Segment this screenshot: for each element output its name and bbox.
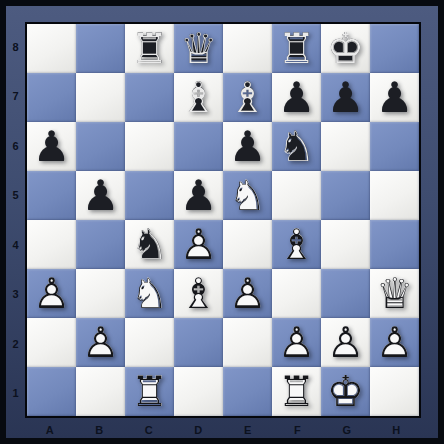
- square-e3[interactable]: ♟♙: [223, 269, 272, 318]
- square-b5[interactable]: ♟: [76, 171, 125, 220]
- piece-line-layer: ♙: [272, 318, 321, 367]
- square-c1[interactable]: ♜♖: [125, 367, 174, 416]
- square-a7[interactable]: [27, 73, 76, 122]
- white-pawn-icon[interactable]: ♟♙: [223, 269, 272, 318]
- square-f4[interactable]: ♝♗: [272, 220, 321, 269]
- square-b1[interactable]: [76, 367, 125, 416]
- square-d8[interactable]: ♛♕: [174, 24, 223, 73]
- piece-fill-layer: ♟: [174, 171, 223, 220]
- square-h8[interactable]: [370, 24, 419, 73]
- square-b4[interactable]: [76, 220, 125, 269]
- square-c6[interactable]: [125, 122, 174, 171]
- rank-label-6: 6: [6, 121, 25, 171]
- white-king-icon[interactable]: ♚♔: [321, 367, 370, 416]
- square-b7[interactable]: [76, 73, 125, 122]
- file-label-e: E: [223, 421, 273, 438]
- black-knight-icon[interactable]: ♞♘: [125, 220, 174, 269]
- rank-label-3: 3: [6, 270, 25, 320]
- rank-label-7: 7: [6, 72, 25, 122]
- white-rook-icon[interactable]: ♜♖: [125, 367, 174, 416]
- file-label-a: A: [25, 421, 75, 438]
- file-label-d: D: [174, 421, 224, 438]
- square-h6[interactable]: [370, 122, 419, 171]
- piece-line-layer: ♙: [76, 318, 125, 367]
- piece-line-layer: ♘: [272, 122, 321, 171]
- square-f2[interactable]: ♟♙: [272, 318, 321, 367]
- black-pawn-icon[interactable]: ♟: [272, 73, 321, 122]
- white-pawn-icon[interactable]: ♟♙: [321, 318, 370, 367]
- white-knight-icon[interactable]: ♞♘: [125, 269, 174, 318]
- square-b3[interactable]: [76, 269, 125, 318]
- piece-line-layer: ♕: [370, 269, 419, 318]
- square-a6[interactable]: ♟: [27, 122, 76, 171]
- white-rook-icon[interactable]: ♜♖: [272, 367, 321, 416]
- square-h5[interactable]: [370, 171, 419, 220]
- square-e2[interactable]: [223, 318, 272, 367]
- square-b6[interactable]: [76, 122, 125, 171]
- square-d7[interactable]: ♝♗: [174, 73, 223, 122]
- black-rook-icon[interactable]: ♜♖: [272, 24, 321, 73]
- piece-line-layer: ♘: [125, 269, 174, 318]
- square-e6[interactable]: ♟: [223, 122, 272, 171]
- black-king-icon[interactable]: ♚♔: [321, 24, 370, 73]
- square-f1[interactable]: ♜♖: [272, 367, 321, 416]
- file-labels: ABCDEFGH: [25, 418, 421, 438]
- piece-line-layer: ♖: [125, 367, 174, 416]
- rank-label-2: 2: [6, 319, 25, 369]
- black-pawn-icon[interactable]: ♟: [370, 73, 419, 122]
- square-h2[interactable]: ♟♙: [370, 318, 419, 367]
- white-pawn-icon[interactable]: ♟♙: [76, 318, 125, 367]
- square-e1[interactable]: [223, 367, 272, 416]
- white-pawn-icon[interactable]: ♟♙: [370, 318, 419, 367]
- piece-line-layer: ♔: [321, 367, 370, 416]
- black-queen-icon[interactable]: ♛♕: [174, 24, 223, 73]
- square-c3[interactable]: ♞♘: [125, 269, 174, 318]
- square-g4[interactable]: [321, 220, 370, 269]
- square-d2[interactable]: [174, 318, 223, 367]
- piece-fill-layer: ♟: [223, 122, 272, 171]
- square-e5[interactable]: ♞♘: [223, 171, 272, 220]
- piece-line-layer: ♙: [321, 318, 370, 367]
- file-label-g: G: [322, 421, 372, 438]
- piece-line-layer: ♗: [272, 220, 321, 269]
- square-c8[interactable]: ♜♖: [125, 24, 174, 73]
- square-h3[interactable]: ♛♕: [370, 269, 419, 318]
- file-label-h: H: [372, 421, 422, 438]
- black-knight-icon[interactable]: ♞♘: [272, 122, 321, 171]
- white-pawn-icon[interactable]: ♟♙: [27, 269, 76, 318]
- chess-board: ♜♖♛♕♜♖♚♔♝♗♝♗♟♟♟♟♟♞♘♟♟♞♘♞♘♟♙♝♗♟♙♞♘♝♗♟♙♛♕♟…: [25, 22, 421, 418]
- white-pawn-icon[interactable]: ♟♙: [174, 220, 223, 269]
- square-d3[interactable]: ♝♗: [174, 269, 223, 318]
- square-a2[interactable]: [27, 318, 76, 367]
- square-a1[interactable]: [27, 367, 76, 416]
- square-e8[interactable]: [223, 24, 272, 73]
- black-bishop-icon[interactable]: ♝♗: [174, 73, 223, 122]
- piece-line-layer: ♙: [223, 269, 272, 318]
- square-e4[interactable]: [223, 220, 272, 269]
- piece-line-layer: ♙: [370, 318, 419, 367]
- piece-line-layer: ♗: [174, 73, 223, 122]
- square-c4[interactable]: ♞♘: [125, 220, 174, 269]
- square-g8[interactable]: ♚♔: [321, 24, 370, 73]
- square-g5[interactable]: [321, 171, 370, 220]
- file-label-c: C: [124, 421, 174, 438]
- piece-line-layer: ♙: [174, 220, 223, 269]
- black-pawn-icon[interactable]: ♟: [76, 171, 125, 220]
- white-bishop-icon[interactable]: ♝♗: [272, 220, 321, 269]
- black-pawn-icon[interactable]: ♟: [27, 122, 76, 171]
- square-g2[interactable]: ♟♙: [321, 318, 370, 367]
- square-f8[interactable]: ♜♖: [272, 24, 321, 73]
- square-a8[interactable]: [27, 24, 76, 73]
- piece-fill-layer: ♟: [321, 73, 370, 122]
- square-d1[interactable]: [174, 367, 223, 416]
- square-f7[interactable]: ♟: [272, 73, 321, 122]
- white-queen-icon[interactable]: ♛♕: [370, 269, 419, 318]
- square-b2[interactable]: ♟♙: [76, 318, 125, 367]
- piece-line-layer: ♕: [174, 24, 223, 73]
- white-knight-icon[interactable]: ♞♘: [223, 171, 272, 220]
- square-d5[interactable]: ♟: [174, 171, 223, 220]
- square-g3[interactable]: [321, 269, 370, 318]
- piece-fill-layer: ♟: [370, 73, 419, 122]
- piece-fill-layer: ♟: [27, 122, 76, 171]
- piece-line-layer: ♖: [272, 24, 321, 73]
- piece-line-layer: ♙: [27, 269, 76, 318]
- square-c7[interactable]: [125, 73, 174, 122]
- file-label-f: F: [273, 421, 323, 438]
- square-h7[interactable]: ♟: [370, 73, 419, 122]
- square-d6[interactable]: [174, 122, 223, 171]
- black-pawn-icon[interactable]: ♟: [321, 73, 370, 122]
- square-c2[interactable]: [125, 318, 174, 367]
- square-f5[interactable]: [272, 171, 321, 220]
- piece-line-layer: ♖: [125, 24, 174, 73]
- square-f3[interactable]: [272, 269, 321, 318]
- square-a5[interactable]: [27, 171, 76, 220]
- black-pawn-icon[interactable]: ♟: [174, 171, 223, 220]
- rank-label-4: 4: [6, 220, 25, 270]
- rank-label-5: 5: [6, 171, 25, 221]
- piece-line-layer: ♘: [125, 220, 174, 269]
- piece-line-layer: ♖: [272, 367, 321, 416]
- piece-line-layer: ♗: [174, 269, 223, 318]
- piece-line-layer: ♔: [321, 24, 370, 73]
- square-d4[interactable]: ♟♙: [174, 220, 223, 269]
- white-pawn-icon[interactable]: ♟♙: [272, 318, 321, 367]
- black-pawn-icon[interactable]: ♟: [223, 122, 272, 171]
- square-g6[interactable]: [321, 122, 370, 171]
- square-a4[interactable]: [27, 220, 76, 269]
- board-layout: 87654321 ♜♖♛♕♜♖♚♔♝♗♝♗♟♟♟♟♟♞♘♟♟♞♘♞♘♟♙♝♗♟♙…: [6, 6, 438, 438]
- square-f6[interactable]: ♞♘: [272, 122, 321, 171]
- black-bishop-icon[interactable]: ♝♗: [223, 73, 272, 122]
- file-label-b: B: [75, 421, 125, 438]
- board-wrap: ♜♖♛♕♜♖♚♔♝♗♝♗♟♟♟♟♟♞♘♟♟♞♘♞♘♟♙♝♗♟♙♞♘♝♗♟♙♛♕♟…: [25, 22, 421, 418]
- piece-line-layer: ♗: [223, 73, 272, 122]
- black-rook-icon[interactable]: ♜♖: [125, 24, 174, 73]
- square-b8[interactable]: [76, 24, 125, 73]
- square-g1[interactable]: ♚♔: [321, 367, 370, 416]
- rank-label-1: 1: [6, 369, 25, 419]
- square-c5[interactable]: [125, 171, 174, 220]
- square-g7[interactable]: ♟: [321, 73, 370, 122]
- piece-line-layer: ♘: [223, 171, 272, 220]
- white-bishop-icon[interactable]: ♝♗: [174, 269, 223, 318]
- piece-fill-layer: ♟: [76, 171, 125, 220]
- rank-label-8: 8: [6, 22, 25, 72]
- square-a3[interactable]: ♟♙: [27, 269, 76, 318]
- square-e7[interactable]: ♝♗: [223, 73, 272, 122]
- board-frame: 87654321 ♜♖♛♕♜♖♚♔♝♗♝♗♟♟♟♟♟♞♘♟♟♞♘♞♘♟♙♝♗♟♙…: [0, 0, 444, 444]
- rank-labels: 87654321: [6, 22, 25, 418]
- square-h1[interactable]: [370, 367, 419, 416]
- square-h4[interactable]: [370, 220, 419, 269]
- piece-fill-layer: ♟: [272, 73, 321, 122]
